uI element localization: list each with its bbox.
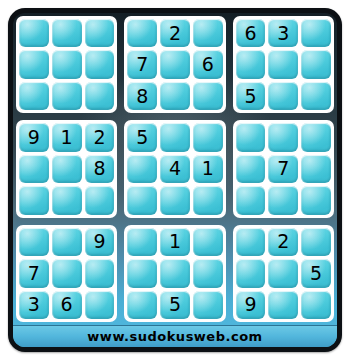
cell-r2c4[interactable]: 7 <box>127 50 157 78</box>
cell-r2c3[interactable] <box>85 50 115 78</box>
cell-r1c4[interactable] <box>127 19 157 47</box>
box-1-2: 2768 <box>124 16 225 113</box>
cell-r1c5[interactable]: 2 <box>160 19 190 47</box>
cell-r4c1[interactable]: 9 <box>19 123 49 151</box>
cell-r8c5[interactable] <box>160 259 190 287</box>
cell-r2c1[interactable] <box>19 50 49 78</box>
cell-r5c1[interactable] <box>19 155 49 183</box>
cell-r6c4[interactable] <box>127 186 157 214</box>
box-3-1: 9736 <box>16 225 117 322</box>
cell-r3c8[interactable] <box>268 82 298 110</box>
cell-r5c8[interactable]: 7 <box>268 155 298 183</box>
cell-r4c5[interactable] <box>160 123 190 151</box>
cell-r9c6[interactable] <box>193 291 223 319</box>
cell-r6c8[interactable] <box>268 186 298 214</box>
cell-r1c7[interactable]: 6 <box>236 19 266 47</box>
box-2-3: 7 <box>233 120 334 217</box>
box-1-3: 635 <box>233 16 334 113</box>
cell-r5c9[interactable] <box>301 155 331 183</box>
cell-r6c6[interactable] <box>193 186 223 214</box>
cell-r3c3[interactable] <box>85 82 115 110</box>
cell-r2c2[interactable] <box>52 50 82 78</box>
cell-r7c7[interactable] <box>236 228 266 256</box>
cell-r7c4[interactable] <box>127 228 157 256</box>
cell-r6c7[interactable] <box>236 186 266 214</box>
cell-r3c1[interactable] <box>19 82 49 110</box>
cell-r7c9[interactable] <box>301 228 331 256</box>
cell-r7c2[interactable] <box>52 228 82 256</box>
cell-r5c2[interactable] <box>52 155 82 183</box>
cell-r3c2[interactable] <box>52 82 82 110</box>
cell-r5c5[interactable]: 4 <box>160 155 190 183</box>
cell-r5c7[interactable] <box>236 155 266 183</box>
cell-r8c2[interactable] <box>52 259 82 287</box>
cell-r3c7[interactable]: 5 <box>236 82 266 110</box>
board-frame: 276863591285417973615259 www.sudokusweb.… <box>13 13 337 347</box>
cell-r3c9[interactable] <box>301 82 331 110</box>
cell-r9c9[interactable] <box>301 291 331 319</box>
cell-r8c9[interactable]: 5 <box>301 259 331 287</box>
cell-r2c6[interactable]: 6 <box>193 50 223 78</box>
cell-r5c6[interactable]: 1 <box>193 155 223 183</box>
cell-r7c8[interactable]: 2 <box>268 228 298 256</box>
cell-r8c8[interactable] <box>268 259 298 287</box>
cell-r1c8[interactable]: 3 <box>268 19 298 47</box>
cell-r4c4[interactable]: 5 <box>127 123 157 151</box>
cell-r9c3[interactable] <box>85 291 115 319</box>
cell-r2c7[interactable] <box>236 50 266 78</box>
cell-r9c4[interactable] <box>127 291 157 319</box>
box-1-1 <box>16 16 117 113</box>
cell-r7c5[interactable]: 1 <box>160 228 190 256</box>
cell-r7c1[interactable] <box>19 228 49 256</box>
cell-r3c5[interactable] <box>160 82 190 110</box>
box-2-1: 9128 <box>16 120 117 217</box>
cell-r6c9[interactable] <box>301 186 331 214</box>
cell-r2c5[interactable] <box>160 50 190 78</box>
cell-r2c9[interactable] <box>301 50 331 78</box>
cell-r4c3[interactable]: 2 <box>85 123 115 151</box>
cell-r4c9[interactable] <box>301 123 331 151</box>
cell-r4c2[interactable]: 1 <box>52 123 82 151</box>
cell-r8c1[interactable]: 7 <box>19 259 49 287</box>
cell-r9c2[interactable]: 6 <box>52 291 82 319</box>
cell-r6c1[interactable] <box>19 186 49 214</box>
cell-r9c5[interactable]: 5 <box>160 291 190 319</box>
box-3-3: 259 <box>233 225 334 322</box>
site-url-label: www.sudokusweb.com <box>87 329 262 344</box>
footer-bar: www.sudokusweb.com <box>13 325 337 347</box>
cell-r9c7[interactable]: 9 <box>236 291 266 319</box>
cell-r2c8[interactable] <box>268 50 298 78</box>
cell-r1c3[interactable] <box>85 19 115 47</box>
cell-r9c1[interactable]: 3 <box>19 291 49 319</box>
cell-r8c6[interactable] <box>193 259 223 287</box>
cell-r4c7[interactable] <box>236 123 266 151</box>
cell-r4c6[interactable] <box>193 123 223 151</box>
cell-r6c5[interactable] <box>160 186 190 214</box>
cell-r9c8[interactable] <box>268 291 298 319</box>
cell-r5c3[interactable]: 8 <box>85 155 115 183</box>
cell-r8c3[interactable] <box>85 259 115 287</box>
cell-r6c2[interactable] <box>52 186 82 214</box>
cell-r5c4[interactable] <box>127 155 157 183</box>
cell-r7c6[interactable] <box>193 228 223 256</box>
cell-r3c6[interactable] <box>193 82 223 110</box>
cell-r6c3[interactable] <box>85 186 115 214</box>
cell-r7c3[interactable]: 9 <box>85 228 115 256</box>
box-2-2: 541 <box>124 120 225 217</box>
sudoku-grid: 276863591285417973615259 <box>13 13 337 325</box>
cell-r4c8[interactable] <box>268 123 298 151</box>
cell-r1c9[interactable] <box>301 19 331 47</box>
cell-r1c1[interactable] <box>19 19 49 47</box>
sudoku-board: 276863591285417973615259 www.sudokusweb.… <box>8 8 342 352</box>
cell-r1c2[interactable] <box>52 19 82 47</box>
cell-r1c6[interactable] <box>193 19 223 47</box>
box-3-2: 15 <box>124 225 225 322</box>
cell-r3c4[interactable]: 8 <box>127 82 157 110</box>
cell-r8c4[interactable] <box>127 259 157 287</box>
cell-r8c7[interactable] <box>236 259 266 287</box>
